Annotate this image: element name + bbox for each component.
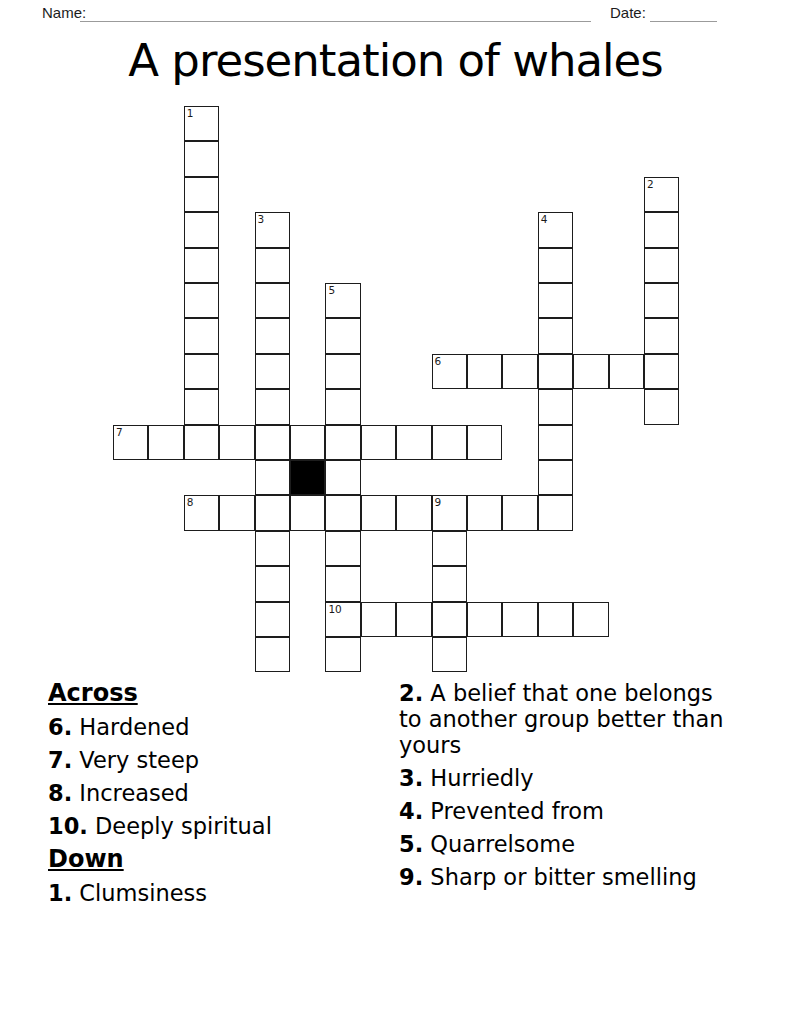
grid-cell-r14c8[interactable] xyxy=(396,602,431,637)
grid-cell-r9c4[interactable] xyxy=(255,425,290,460)
clue-text: Very steep xyxy=(72,747,199,773)
clue-across-6: 6. Hardened xyxy=(48,714,393,740)
clue-number-8: 8 xyxy=(187,496,194,508)
grid-cell-r12c4[interactable] xyxy=(255,531,290,566)
date-label: Date: xyxy=(610,4,646,21)
grid-cell-r9c1[interactable] xyxy=(148,425,183,460)
grid-cell-r7c11[interactable] xyxy=(502,354,537,389)
grid-cell-r11c4[interactable] xyxy=(255,495,290,530)
grid-cell-r11c5[interactable] xyxy=(290,495,325,530)
clue-text: Sharp or bitter smelling xyxy=(423,864,697,890)
clue-text: Clumsiness xyxy=(72,880,207,906)
clues-column-right: 2. A belief that one belongs to another … xyxy=(399,680,724,897)
grid-cell-r7c9[interactable]: 6 xyxy=(432,354,467,389)
grid-cell-r8c12[interactable] xyxy=(538,389,573,424)
grid-cell-r8c6[interactable] xyxy=(325,389,360,424)
grid-cell-r14c6[interactable]: 10 xyxy=(325,602,360,637)
clue-number-label: 6. xyxy=(48,714,72,740)
grid-cell-r11c11[interactable] xyxy=(502,495,537,530)
grid-cell-r2c2[interactable] xyxy=(184,177,219,212)
grid-cell-r10c12[interactable] xyxy=(538,460,573,495)
clue-number-label: 5. xyxy=(399,831,423,857)
grid-cell-r5c4[interactable] xyxy=(255,283,290,318)
across-heading: Across xyxy=(48,680,393,706)
clue-text: Quarrelsome xyxy=(423,831,575,857)
grid-cell-r7c6[interactable] xyxy=(325,354,360,389)
clue-text: Increased xyxy=(72,780,189,806)
grid-cell-r10c4[interactable] xyxy=(255,460,290,495)
grid-cell-r9c9[interactable] xyxy=(432,425,467,460)
grid-cell-r5c12[interactable] xyxy=(538,283,573,318)
clue-down-5: 5. Quarrelsome xyxy=(399,831,724,857)
grid-cell-r7c13[interactable] xyxy=(573,354,608,389)
grid-cell-r2c15[interactable]: 2 xyxy=(644,177,679,212)
down-heading: Down xyxy=(48,846,393,872)
clue-text: Deeply spiritual xyxy=(88,813,272,839)
grid-cell-r14c7[interactable] xyxy=(361,602,396,637)
clue-number-label: 1. xyxy=(48,880,72,906)
grid-cell-r4c2[interactable] xyxy=(184,248,219,283)
clue-across-7: 7. Very steep xyxy=(48,747,393,773)
grid-cell-r6c12[interactable] xyxy=(538,318,573,353)
grid-cell-r7c15[interactable] xyxy=(644,354,679,389)
clue-number-label: 10. xyxy=(48,813,88,839)
grid-cell-r15c9[interactable] xyxy=(432,637,467,672)
clues-column-left: Across 6. Hardened7. Very steep8. Increa… xyxy=(48,680,393,913)
grid-cell-r4c12[interactable] xyxy=(538,248,573,283)
grid-cell-r0c2[interactable]: 1 xyxy=(184,106,219,141)
clue-across-8: 8. Increased xyxy=(48,780,393,806)
clue-number-6: 6 xyxy=(435,355,442,367)
date-fill-line[interactable] xyxy=(650,21,717,22)
clue-number-4: 4 xyxy=(541,213,548,225)
grid-cell-r12c6[interactable] xyxy=(325,531,360,566)
across-clues-list: 6. Hardened7. Very steep8. Increased10. … xyxy=(48,714,393,839)
grid-cell-r13c4[interactable] xyxy=(255,566,290,601)
clue-text: Hardened xyxy=(72,714,189,740)
clue-across-10: 10. Deeply spiritual xyxy=(48,813,393,839)
grid-cell-r3c2[interactable] xyxy=(184,212,219,247)
grid-cell-r14c11[interactable] xyxy=(502,602,537,637)
grid-cell-r7c4[interactable] xyxy=(255,354,290,389)
clue-number-2: 2 xyxy=(647,178,654,190)
name-fill-line[interactable] xyxy=(80,21,591,22)
clue-text: A belief that one belongs to another gro… xyxy=(399,680,724,758)
grid-cell-r11c9[interactable]: 9 xyxy=(432,495,467,530)
clue-number-label: 2. xyxy=(399,680,423,706)
grid-cell-r5c2[interactable] xyxy=(184,283,219,318)
grid-cell-r9c8[interactable] xyxy=(396,425,431,460)
name-label: Name: xyxy=(42,4,86,21)
grid-cell-r8c4[interactable] xyxy=(255,389,290,424)
clue-down-3: 3. Hurriedly xyxy=(399,765,724,791)
clue-down-1: 1. Clumsiness xyxy=(48,880,393,906)
grid-cell-r15c4[interactable] xyxy=(255,637,290,672)
grid-cell-r11c8[interactable] xyxy=(396,495,431,530)
grid-cell-r7c2[interactable] xyxy=(184,354,219,389)
crossword-grid: 12345678910 xyxy=(113,106,680,673)
down-clues-list-right: 2. A belief that one belongs to another … xyxy=(399,680,724,890)
grid-cell-r6c6[interactable] xyxy=(325,318,360,353)
grid-cell-r3c12[interactable]: 4 xyxy=(538,212,573,247)
grid-cell-r11c6[interactable] xyxy=(325,495,360,530)
grid-cell-r1c2[interactable] xyxy=(184,141,219,176)
clue-number-5: 5 xyxy=(328,284,335,296)
clue-number-9: 9 xyxy=(435,496,442,508)
grid-cell-r7c10[interactable] xyxy=(467,354,502,389)
grid-cell-r4c15[interactable] xyxy=(644,248,679,283)
clue-number-10: 10 xyxy=(328,603,341,615)
grid-cell-r14c9[interactable] xyxy=(432,602,467,637)
grid-cell-r11c3[interactable] xyxy=(219,495,254,530)
grid-cell-r9c10[interactable] xyxy=(467,425,502,460)
down-clues-list-left: 1. Clumsiness xyxy=(48,880,393,906)
grid-cell-r15c6[interactable] xyxy=(325,637,360,672)
clue-number-label: 8. xyxy=(48,780,72,806)
clue-text: Prevented from xyxy=(423,798,604,824)
clue-text: Hurriedly xyxy=(423,765,533,791)
grid-cell-r9c2[interactable] xyxy=(184,425,219,460)
clue-down-9: 9. Sharp or bitter smelling xyxy=(399,864,724,890)
grid-cell-r9c6[interactable] xyxy=(325,425,360,460)
grid-cell-r9c12[interactable] xyxy=(538,425,573,460)
clue-number-label: 4. xyxy=(399,798,423,824)
clue-down-4: 4. Prevented from xyxy=(399,798,724,824)
grid-cell-r14c4[interactable] xyxy=(255,602,290,637)
grid-cell-r9c7[interactable] xyxy=(361,425,396,460)
grid-cell-r14c13[interactable] xyxy=(573,602,608,637)
grid-cell-r11c7[interactable] xyxy=(361,495,396,530)
grid-cell-r6c15[interactable] xyxy=(644,318,679,353)
puzzle-title: A presentation of whales xyxy=(0,34,791,87)
grid-cell-r6c2[interactable] xyxy=(184,318,219,353)
grid-cell-r11c2[interactable]: 8 xyxy=(184,495,219,530)
clue-number-7: 7 xyxy=(116,426,123,438)
grid-cell-r8c2[interactable] xyxy=(184,389,219,424)
grid-cell-r7c12[interactable] xyxy=(538,354,573,389)
grid-cell-r3c4[interactable]: 3 xyxy=(255,212,290,247)
grid-cell-r14c10[interactable] xyxy=(467,602,502,637)
grid-cell-r11c12[interactable] xyxy=(538,495,573,530)
clue-number-label: 3. xyxy=(399,765,423,791)
clue-number-3: 3 xyxy=(258,213,265,225)
grid-cell-r5c15[interactable] xyxy=(644,283,679,318)
clue-number-label: 9. xyxy=(399,864,423,890)
grid-cell-r9c3[interactable] xyxy=(219,425,254,460)
grid-cell-r14c12[interactable] xyxy=(538,602,573,637)
grid-cell-r9c5[interactable] xyxy=(290,425,325,460)
grid-cell-r13c9[interactable] xyxy=(432,566,467,601)
grid-cell-r6c4[interactable] xyxy=(255,318,290,353)
blocked-cell xyxy=(290,460,325,495)
clue-number-1: 1 xyxy=(187,107,194,119)
clue-down-2: 2. A belief that one belongs to another … xyxy=(399,680,724,758)
grid-cell-r3c15[interactable] xyxy=(644,212,679,247)
clue-number-label: 7. xyxy=(48,747,72,773)
grid-cell-r11c10[interactable] xyxy=(467,495,502,530)
grid-cell-r7c14[interactable] xyxy=(609,354,644,389)
grid-cell-r10c6[interactable] xyxy=(325,460,360,495)
grid-cell-r13c6[interactable] xyxy=(325,566,360,601)
grid-cell-r9c0[interactable]: 7 xyxy=(113,425,148,460)
grid-cell-r4c4[interactable] xyxy=(255,248,290,283)
grid-cell-r8c15[interactable] xyxy=(644,389,679,424)
grid-cell-r5c6[interactable]: 5 xyxy=(325,283,360,318)
grid-cell-r12c9[interactable] xyxy=(432,531,467,566)
